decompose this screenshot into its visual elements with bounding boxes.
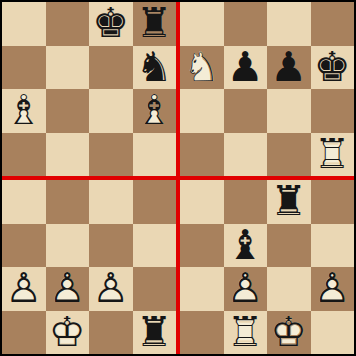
square-top-right-r2c1 bbox=[224, 89, 268, 133]
square-top-right-r3c0 bbox=[180, 133, 224, 177]
square-top-right-r1c2: ♟ bbox=[267, 46, 311, 90]
piece-black-rook: ♜ bbox=[133, 311, 177, 355]
piece-white-king: ♚ bbox=[267, 311, 311, 355]
square-bottom-left-r1c0 bbox=[2, 224, 46, 268]
square-bottom-right-r0c0 bbox=[180, 180, 224, 224]
square-top-left-r0c3: ♜ bbox=[133, 2, 177, 46]
square-top-right-r3c3: ♜♖ bbox=[311, 133, 355, 177]
square-bottom-left-r0c1 bbox=[46, 180, 90, 224]
piece-white-bishop: ♝ bbox=[2, 89, 46, 133]
square-bottom-right-r3c2: ♚♔ bbox=[267, 311, 311, 355]
piece-white-pawn: ♟ bbox=[311, 267, 355, 311]
piece-white-pawn-outline: ♙ bbox=[89, 267, 133, 311]
piece-white-pawn: ♟ bbox=[46, 267, 90, 311]
square-bottom-left-r2c1: ♟♙ bbox=[46, 267, 90, 311]
piece-white-pawn-outline: ♙ bbox=[311, 267, 355, 311]
piece-white-bishop-outline: ♗ bbox=[2, 89, 46, 133]
square-bottom-right-r1c0 bbox=[180, 224, 224, 268]
square-bottom-left-r3c2 bbox=[89, 311, 133, 355]
piece-black-pawn: ♟ bbox=[267, 46, 311, 90]
square-bottom-left-r1c1 bbox=[46, 224, 90, 268]
quadrant-bottom-left: ♟♙♟♙♟♙♚♔♜ bbox=[2, 180, 176, 354]
square-top-left-r1c2 bbox=[89, 46, 133, 90]
square-bottom-right-r0c2: ♜ bbox=[267, 180, 311, 224]
square-bottom-left-r0c3 bbox=[133, 180, 177, 224]
square-top-left-r0c1 bbox=[46, 2, 90, 46]
square-top-right-r2c2 bbox=[267, 89, 311, 133]
square-bottom-right-r1c2 bbox=[267, 224, 311, 268]
piece-white-king-outline: ♔ bbox=[267, 311, 311, 355]
square-top-right-r2c3 bbox=[311, 89, 355, 133]
piece-black-rook: ♜ bbox=[267, 180, 311, 224]
piece-white-king: ♚ bbox=[46, 311, 90, 355]
piece-black-rook: ♜ bbox=[133, 2, 177, 46]
piece-white-knight-outline: ♘ bbox=[180, 46, 224, 90]
piece-white-rook: ♜ bbox=[224, 311, 268, 355]
square-bottom-right-r2c3: ♟♙ bbox=[311, 267, 355, 311]
piece-black-bishop: ♝ bbox=[224, 224, 268, 268]
square-bottom-right-r1c1: ♝ bbox=[224, 224, 268, 268]
square-top-left-r2c2 bbox=[89, 89, 133, 133]
square-bottom-right-r3c3 bbox=[311, 311, 355, 355]
square-bottom-right-r0c3 bbox=[311, 180, 355, 224]
chess-puzzle-composite: ♚♜♞♝♗♝♗ ♞♘♟♟♚♜♖ ♟♙♟♙♟♙♚♔♜ ♜♝♟♙♟♙♜♖♚♔ bbox=[0, 0, 356, 356]
quadrant-top-left: ♚♜♞♝♗♝♗ bbox=[2, 2, 176, 176]
piece-white-pawn-outline: ♙ bbox=[46, 267, 90, 311]
square-bottom-left-r2c2: ♟♙ bbox=[89, 267, 133, 311]
square-bottom-left-r1c2 bbox=[89, 224, 133, 268]
piece-white-bishop-outline: ♗ bbox=[133, 89, 177, 133]
piece-white-bishop: ♝ bbox=[133, 89, 177, 133]
piece-white-rook-outline: ♖ bbox=[224, 311, 268, 355]
square-bottom-right-r3c1: ♜♖ bbox=[224, 311, 268, 355]
square-bottom-right-r1c3 bbox=[311, 224, 355, 268]
quadrant-top-right: ♞♘♟♟♚♜♖ bbox=[180, 2, 354, 176]
square-bottom-left-r1c3 bbox=[133, 224, 177, 268]
square-top-left-r2c0: ♝♗ bbox=[2, 89, 46, 133]
square-top-right-r0c0 bbox=[180, 2, 224, 46]
square-bottom-right-r0c1 bbox=[224, 180, 268, 224]
square-top-left-r3c0 bbox=[2, 133, 46, 177]
square-bottom-left-r2c0: ♟♙ bbox=[2, 267, 46, 311]
square-bottom-right-r2c2 bbox=[267, 267, 311, 311]
piece-white-pawn: ♟ bbox=[89, 267, 133, 311]
piece-white-king-outline: ♔ bbox=[46, 311, 90, 355]
square-bottom-right-r3c0 bbox=[180, 311, 224, 355]
square-bottom-left-r2c3 bbox=[133, 267, 177, 311]
red-divider-horizontal bbox=[2, 176, 354, 180]
square-bottom-left-r0c0 bbox=[2, 180, 46, 224]
piece-white-pawn-outline: ♙ bbox=[224, 267, 268, 311]
square-top-left-r0c0 bbox=[2, 2, 46, 46]
square-top-right-r3c1 bbox=[224, 133, 268, 177]
square-top-right-r1c1: ♟ bbox=[224, 46, 268, 90]
piece-black-king: ♚ bbox=[89, 2, 133, 46]
square-top-left-r1c1 bbox=[46, 46, 90, 90]
quadrant-bottom-right: ♜♝♟♙♟♙♜♖♚♔ bbox=[180, 180, 354, 354]
square-top-right-r1c0: ♞♘ bbox=[180, 46, 224, 90]
piece-black-king: ♚ bbox=[311, 46, 355, 90]
square-top-left-r2c1 bbox=[46, 89, 90, 133]
piece-white-rook-outline: ♖ bbox=[311, 133, 355, 177]
square-top-right-r1c3: ♚ bbox=[311, 46, 355, 90]
square-bottom-left-r3c3: ♜ bbox=[133, 311, 177, 355]
square-bottom-left-r3c1: ♚♔ bbox=[46, 311, 90, 355]
square-bottom-right-r2c0 bbox=[180, 267, 224, 311]
piece-black-pawn: ♟ bbox=[224, 46, 268, 90]
square-top-left-r3c1 bbox=[46, 133, 90, 177]
square-top-left-r3c2 bbox=[89, 133, 133, 177]
square-bottom-left-r3c0 bbox=[2, 311, 46, 355]
piece-white-pawn-outline: ♙ bbox=[2, 267, 46, 311]
board-area: ♚♜♞♝♗♝♗ ♞♘♟♟♚♜♖ ♟♙♟♙♟♙♚♔♜ ♜♝♟♙♟♙♜♖♚♔ bbox=[2, 2, 354, 354]
piece-black-knight: ♞ bbox=[133, 46, 177, 90]
square-top-left-r1c0 bbox=[2, 46, 46, 90]
square-top-right-r0c3 bbox=[311, 2, 355, 46]
square-top-right-r0c1 bbox=[224, 2, 268, 46]
piece-white-knight: ♞ bbox=[180, 46, 224, 90]
piece-white-pawn: ♟ bbox=[224, 267, 268, 311]
square-bottom-right-r2c1: ♟♙ bbox=[224, 267, 268, 311]
square-top-right-r0c2 bbox=[267, 2, 311, 46]
square-top-left-r2c3: ♝♗ bbox=[133, 89, 177, 133]
square-top-left-r1c3: ♞ bbox=[133, 46, 177, 90]
square-top-right-r3c2 bbox=[267, 133, 311, 177]
square-bottom-left-r0c2 bbox=[89, 180, 133, 224]
piece-white-pawn: ♟ bbox=[2, 267, 46, 311]
square-top-left-r0c2: ♚ bbox=[89, 2, 133, 46]
square-top-right-r2c0 bbox=[180, 89, 224, 133]
piece-white-rook: ♜ bbox=[311, 133, 355, 177]
square-top-left-r3c3 bbox=[133, 133, 177, 177]
